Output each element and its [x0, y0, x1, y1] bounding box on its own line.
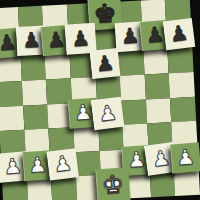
white-pawn-e4[interactable]: ♟ [97, 102, 118, 125]
black-pawn-d7[interactable]: ♟ [71, 28, 91, 50]
square-f4[interactable] [121, 99, 147, 125]
square-h5[interactable] [169, 72, 195, 98]
black-pawn-b7[interactable]: ♟ [22, 30, 42, 52]
square-c6[interactable] [45, 54, 71, 80]
black-pawn-f7[interactable]: ♟ [120, 26, 140, 48]
square-g6[interactable] [143, 48, 169, 74]
white-pawn-d4[interactable]: ♟ [73, 102, 93, 124]
tile-c2[interactable]: ♟ [47, 148, 79, 180]
square-b4[interactable] [23, 104, 49, 130]
square-g4[interactable] [146, 98, 172, 124]
white-pawn-h2[interactable]: ♟ [175, 146, 196, 169]
square-a4[interactable] [0, 105, 24, 131]
square-b1[interactable] [27, 178, 53, 200]
square-g5[interactable] [144, 73, 170, 99]
tile-e1[interactable]: ♚ [96, 167, 131, 200]
black-pawn-c7[interactable]: ♟ [46, 30, 67, 53]
square-a6[interactable] [0, 56, 21, 82]
black-pawn-a7[interactable]: ♟ [0, 32, 17, 55]
square-f5[interactable] [120, 74, 146, 100]
square-h4[interactable] [170, 96, 196, 122]
square-h6[interactable] [168, 47, 194, 73]
white-pawn-a2[interactable]: ♟ [2, 155, 23, 178]
white-pawn-f2[interactable]: ♟ [126, 149, 146, 171]
square-a5[interactable] [0, 81, 23, 107]
square-a1[interactable] [2, 179, 28, 200]
square-b6[interactable] [20, 55, 46, 81]
white-king-e1[interactable]: ♚ [101, 172, 125, 199]
square-g1[interactable] [150, 171, 176, 197]
tile-h2[interactable]: ♟ [170, 142, 200, 173]
white-pawn-g2[interactable]: ♟ [150, 147, 172, 170]
tile-h7[interactable]: ♟ [163, 18, 195, 50]
square-f6[interactable] [119, 50, 145, 76]
white-pawn-b2[interactable]: ♟ [28, 154, 48, 176]
tile-e4[interactable]: ♟ [91, 97, 124, 130]
chessboard: ♚♟♟♟♟♟♟♟♟♟♟♟♟♟♟♟♟♚ [0, 0, 200, 200]
tile-e6[interactable]: ♟ [89, 48, 120, 79]
black-pawn-g7[interactable]: ♟ [144, 25, 165, 48]
square-b5[interactable] [21, 79, 47, 105]
chess-thumbnail: ♚♟♟♟♟♟♟♟♟♟♟♟♟♟♟♟♟♚ [0, 0, 200, 200]
white-pawn-c2[interactable]: ♟ [52, 152, 73, 175]
square-c1[interactable] [51, 177, 77, 200]
black-pawn-e6[interactable]: ♟ [94, 52, 115, 75]
black-pawn-h7[interactable]: ♟ [169, 23, 190, 46]
square-h1[interactable] [174, 170, 200, 196]
